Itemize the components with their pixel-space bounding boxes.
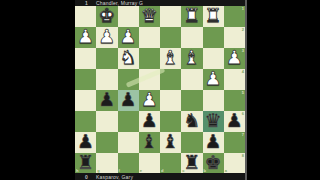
square-f2[interactable]: ♟ [118,27,139,48]
square-g4[interactable] [96,69,117,90]
white-pawn-e5[interactable]: ♟ [141,90,158,109]
letterbox-left [0,0,75,180]
black-pawn-a6[interactable]: ♟ [226,111,243,130]
square-f3[interactable]: ♞ [118,48,139,69]
white-rook-c1[interactable]: ♜ [183,6,200,25]
square-a6[interactable]: ♟6 [224,111,245,132]
square-e3[interactable] [139,48,160,69]
rank-label-3: 3 [242,49,244,53]
white-king-g1[interactable]: ♚ [98,6,115,25]
rank-label-4: 4 [242,70,244,74]
square-a5[interactable]: 5 [224,90,245,111]
square-f6[interactable] [118,111,139,132]
square-h7[interactable]: ♟ [75,132,96,153]
top-player-score: 1 [75,0,88,6]
bottom-player-name: Kasparov, Gary [88,174,133,180]
black-bishop-d7[interactable]: ♝ [162,132,179,151]
square-h2[interactable]: ♟ [75,27,96,48]
rank-label-1: 1 [242,7,244,11]
white-pawn-a3[interactable]: ♟ [226,48,243,67]
white-pawn-b4[interactable]: ♟ [205,69,222,88]
square-d2[interactable] [160,27,181,48]
black-pawn-f5[interactable]: ♟ [120,90,137,109]
square-f5[interactable]: ♟ [118,90,139,111]
bottom-player-bar: 0 Kasparov, Gary [75,173,245,180]
square-b3[interactable] [203,48,224,69]
square-b8[interactable]: ♚b [203,153,224,174]
white-queen-e1[interactable]: ♛ [141,6,158,25]
black-queen-b6[interactable]: ♛ [205,111,222,130]
square-e1[interactable]: ♛ [139,6,160,27]
square-h1[interactable] [75,6,96,27]
square-d8[interactable]: d [160,153,181,174]
square-g2[interactable]: ♟ [96,27,117,48]
square-g8[interactable]: g [96,153,117,174]
square-c5[interactable] [181,90,202,111]
square-a7[interactable]: 7 [224,132,245,153]
square-g1[interactable]: ♚ [96,6,117,27]
square-d3[interactable]: ♝ [160,48,181,69]
square-b4[interactable]: ♟ [203,69,224,90]
black-pawn-b7[interactable]: ♟ [205,132,222,151]
square-e6[interactable]: ♟ [139,111,160,132]
square-b7[interactable]: ♟ [203,132,224,153]
square-a4[interactable]: 4 [224,69,245,90]
square-h4[interactable] [75,69,96,90]
square-c1[interactable]: ♜ [181,6,202,27]
square-b2[interactable] [203,27,224,48]
square-f7[interactable] [118,132,139,153]
square-a3[interactable]: ♟3 [224,48,245,69]
chess-board[interactable]: ♚♛♜♜1♟♟♟2♞♝♝♟3♟4♟♟♟5♟♞♛♟6♟♝♝♟7♜hgfed♜c♚b… [75,6,245,174]
square-d6[interactable] [160,111,181,132]
top-player-bar: 1 Chandler, Murray G [75,0,245,6]
rank-label-7: 7 [242,133,244,137]
square-e7[interactable]: ♝ [139,132,160,153]
square-f8[interactable]: f [118,153,139,174]
square-h8[interactable]: ♜h [75,153,96,174]
square-a8[interactable]: 8a [224,153,245,174]
square-d1[interactable] [160,6,181,27]
square-g3[interactable] [96,48,117,69]
square-e5[interactable]: ♟ [139,90,160,111]
square-e2[interactable] [139,27,160,48]
black-bishop-e7[interactable]: ♝ [141,132,158,151]
white-pawn-f2[interactable]: ♟ [120,27,137,46]
square-h5[interactable] [75,90,96,111]
black-knight-c6[interactable]: ♞ [183,111,200,130]
rank-label-8: 8 [242,154,244,158]
white-pawn-g2[interactable]: ♟ [98,27,115,46]
letterbox-right [247,0,320,180]
square-f1[interactable] [118,6,139,27]
square-d5[interactable] [160,90,181,111]
square-g6[interactable] [96,111,117,132]
square-g5[interactable]: ♟ [96,90,117,111]
square-c6[interactable]: ♞ [181,111,202,132]
square-c4[interactable] [181,69,202,90]
square-g7[interactable] [96,132,117,153]
rank-label-5: 5 [242,91,244,95]
black-rook-h8[interactable]: ♜ [77,153,94,172]
square-b6[interactable]: ♛ [203,111,224,132]
square-a1[interactable]: 1 [224,6,245,27]
top-player-name: Chandler, Murray G [88,0,143,6]
black-pawn-e6[interactable]: ♟ [141,111,158,130]
black-pawn-h7[interactable]: ♟ [77,132,94,151]
square-c7[interactable] [181,132,202,153]
white-rook-b1[interactable]: ♜ [205,6,222,25]
rank-label-6: 6 [242,112,244,116]
scrollbar-strip[interactable] [245,0,247,180]
white-bishop-c3[interactable]: ♝ [183,48,200,67]
bottom-player-score: 0 [75,174,88,180]
square-b1[interactable]: ♜ [203,6,224,27]
white-knight-f3[interactable]: ♞ [120,48,137,67]
square-b5[interactable] [203,90,224,111]
white-bishop-d3[interactable]: ♝ [162,48,179,67]
square-h3[interactable] [75,48,96,69]
square-a2[interactable]: 2 [224,27,245,48]
black-king-b8[interactable]: ♚ [205,153,222,172]
black-rook-c8[interactable]: ♜ [183,153,200,172]
video-frame: 1 Chandler, Murray G ♚♛♜♜1♟♟♟2♞♝♝♟3♟4♟♟♟… [0,0,320,180]
rank-label-2: 2 [242,28,244,32]
square-d7[interactable]: ♝ [160,132,181,153]
square-h6[interactable] [75,111,96,132]
square-c2[interactable] [181,27,202,48]
square-e8[interactable]: e [139,153,160,174]
square-c3[interactable]: ♝ [181,48,202,69]
square-c8[interactable]: ♜c [181,153,202,174]
white-pawn-h2[interactable]: ♟ [77,27,94,46]
black-pawn-g5[interactable]: ♟ [98,90,115,109]
